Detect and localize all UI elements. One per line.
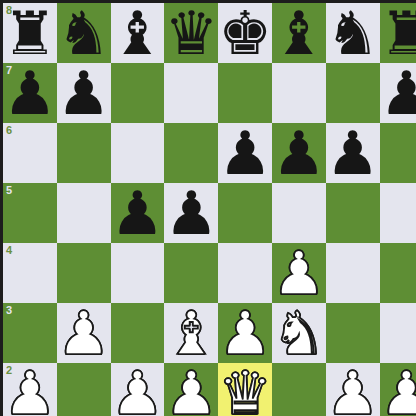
black-pawn: ♟ bbox=[3, 63, 57, 123]
black-queen: ♛ bbox=[164, 3, 218, 63]
black-pawn: ♟ bbox=[218, 123, 272, 183]
white-pawn: ♟ bbox=[218, 303, 272, 363]
square-f3[interactable]: ♞ bbox=[272, 303, 326, 363]
square-e6[interactable]: ♟ bbox=[218, 123, 272, 183]
white-knight: ♞ bbox=[272, 303, 326, 363]
square-a2[interactable]: 2♟ bbox=[3, 363, 57, 416]
square-d3[interactable]: ♝ bbox=[164, 303, 218, 363]
black-rook: ♜ bbox=[3, 3, 57, 63]
square-g6[interactable]: ♟ bbox=[326, 123, 380, 183]
square-c6[interactable] bbox=[111, 123, 165, 183]
square-h3[interactable] bbox=[380, 303, 416, 363]
black-pawn: ♟ bbox=[57, 63, 111, 123]
black-pawn: ♟ bbox=[164, 183, 218, 243]
rank-label-3: 3 bbox=[6, 305, 12, 316]
white-queen: ♛ bbox=[218, 363, 272, 416]
square-d7[interactable] bbox=[164, 63, 218, 123]
white-pawn: ♟ bbox=[164, 363, 218, 416]
black-rook: ♜ bbox=[380, 3, 416, 63]
black-pawn: ♟ bbox=[272, 123, 326, 183]
white-pawn: ♟ bbox=[57, 303, 111, 363]
square-e8[interactable]: ♚ bbox=[218, 3, 272, 63]
square-c7[interactable] bbox=[111, 63, 165, 123]
black-pawn: ♟ bbox=[326, 123, 380, 183]
square-d4[interactable] bbox=[164, 243, 218, 303]
square-e5[interactable] bbox=[218, 183, 272, 243]
square-a8[interactable]: 8♜ bbox=[3, 3, 57, 63]
square-d8[interactable]: ♛ bbox=[164, 3, 218, 63]
square-g7[interactable] bbox=[326, 63, 380, 123]
square-c5[interactable]: ♟ bbox=[111, 183, 165, 243]
square-b7[interactable]: ♟ bbox=[57, 63, 111, 123]
black-bishop: ♝ bbox=[111, 3, 165, 63]
square-h2[interactable]: ♟ bbox=[380, 363, 416, 416]
square-e2[interactable]: ♛ bbox=[218, 363, 272, 416]
white-bishop: ♝ bbox=[164, 303, 218, 363]
square-b6[interactable] bbox=[57, 123, 111, 183]
square-c8[interactable]: ♝ bbox=[111, 3, 165, 63]
white-pawn: ♟ bbox=[272, 243, 326, 303]
square-f4[interactable]: ♟ bbox=[272, 243, 326, 303]
rank-label-6: 6 bbox=[6, 125, 12, 136]
white-pawn: ♟ bbox=[3, 363, 57, 416]
square-g2[interactable]: ♟ bbox=[326, 363, 380, 416]
square-e7[interactable] bbox=[218, 63, 272, 123]
square-h6[interactable] bbox=[380, 123, 416, 183]
square-b2[interactable] bbox=[57, 363, 111, 416]
square-a7[interactable]: 7♟ bbox=[3, 63, 57, 123]
square-h8[interactable]: ♜ bbox=[380, 3, 416, 63]
chess-board: 8♜♞♝♛♚♝♞♜7♟♟♟6♟♟♟5♟♟4♟3♟♝♟♞2♟♟♟♛♟♟1a♜b♞c… bbox=[0, 0, 416, 416]
square-g5[interactable] bbox=[326, 183, 380, 243]
square-h7[interactable]: ♟ bbox=[380, 63, 416, 123]
square-f8[interactable]: ♝ bbox=[272, 3, 326, 63]
square-f5[interactable] bbox=[272, 183, 326, 243]
square-f7[interactable] bbox=[272, 63, 326, 123]
square-c2[interactable]: ♟ bbox=[111, 363, 165, 416]
rank-label-5: 5 bbox=[6, 185, 12, 196]
white-pawn: ♟ bbox=[111, 363, 165, 416]
square-a4[interactable]: 4 bbox=[3, 243, 57, 303]
square-g8[interactable]: ♞ bbox=[326, 3, 380, 63]
square-f2[interactable] bbox=[272, 363, 326, 416]
square-d2[interactable]: ♟ bbox=[164, 363, 218, 416]
rank-label-8: 8 bbox=[6, 5, 12, 16]
rank-label-7: 7 bbox=[6, 65, 12, 76]
black-bishop: ♝ bbox=[272, 3, 326, 63]
black-knight: ♞ bbox=[326, 3, 380, 63]
square-d5[interactable]: ♟ bbox=[164, 183, 218, 243]
square-c4[interactable] bbox=[111, 243, 165, 303]
square-h4[interactable] bbox=[380, 243, 416, 303]
square-f6[interactable]: ♟ bbox=[272, 123, 326, 183]
square-b4[interactable] bbox=[57, 243, 111, 303]
square-e3[interactable]: ♟ bbox=[218, 303, 272, 363]
square-b8[interactable]: ♞ bbox=[57, 3, 111, 63]
square-a5[interactable]: 5 bbox=[3, 183, 57, 243]
black-pawn: ♟ bbox=[380, 63, 416, 123]
square-h5[interactable] bbox=[380, 183, 416, 243]
white-pawn: ♟ bbox=[380, 363, 416, 416]
rank-label-4: 4 bbox=[6, 245, 12, 256]
square-b5[interactable] bbox=[57, 183, 111, 243]
black-pawn: ♟ bbox=[111, 183, 165, 243]
square-a6[interactable]: 6 bbox=[3, 123, 57, 183]
black-king: ♚ bbox=[218, 3, 272, 63]
square-g4[interactable] bbox=[326, 243, 380, 303]
rank-label-2: 2 bbox=[6, 365, 12, 376]
white-pawn: ♟ bbox=[326, 363, 380, 416]
square-b3[interactable]: ♟ bbox=[57, 303, 111, 363]
black-knight: ♞ bbox=[57, 3, 111, 63]
square-g3[interactable] bbox=[326, 303, 380, 363]
square-e4[interactable] bbox=[218, 243, 272, 303]
square-d6[interactable] bbox=[164, 123, 218, 183]
square-c3[interactable] bbox=[111, 303, 165, 363]
square-a3[interactable]: 3 bbox=[3, 303, 57, 363]
